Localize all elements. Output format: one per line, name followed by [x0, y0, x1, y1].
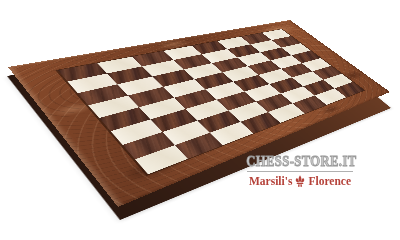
brand-city: Florence	[308, 175, 351, 187]
brand-name: Marsili's	[249, 175, 292, 187]
brand-line: Marsili's Florence	[236, 175, 364, 188]
store-watermark-text: CHESS-STORE.IT	[246, 153, 354, 169]
watermark: CHESS-STORE.IT Marsili's Florence	[236, 153, 364, 188]
fleur-de-lis-icon	[295, 175, 305, 187]
product-photo: CHESS-STORE.IT Marsili's Florence	[0, 0, 400, 240]
watermark-underline	[247, 171, 353, 172]
